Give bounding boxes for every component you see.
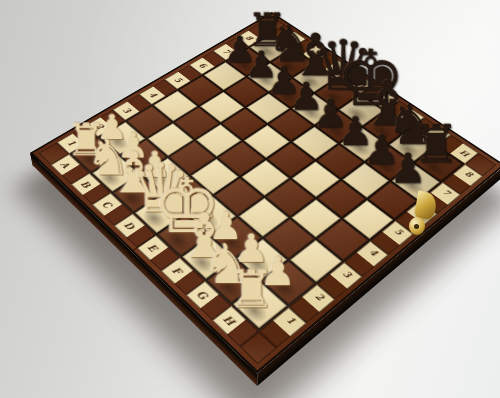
file-label-g: G bbox=[186, 281, 232, 321]
board-coordinate: C bbox=[97, 196, 118, 213]
board-coordinate: H bbox=[217, 309, 242, 331]
board-coordinate: F bbox=[166, 261, 189, 281]
board-coordinate: B bbox=[76, 176, 97, 193]
brass-clasp bbox=[404, 192, 444, 246]
board-coordinate: G bbox=[191, 284, 215, 305]
board-coordinate: D bbox=[119, 216, 141, 234]
clasp-knob-icon bbox=[409, 217, 425, 235]
photo-backdrop: ABCDEFGH ABCDEFGH 87654321 87654321 ♜♞♝♚… bbox=[0, 0, 500, 398]
board-coordinate: H bbox=[453, 146, 474, 161]
